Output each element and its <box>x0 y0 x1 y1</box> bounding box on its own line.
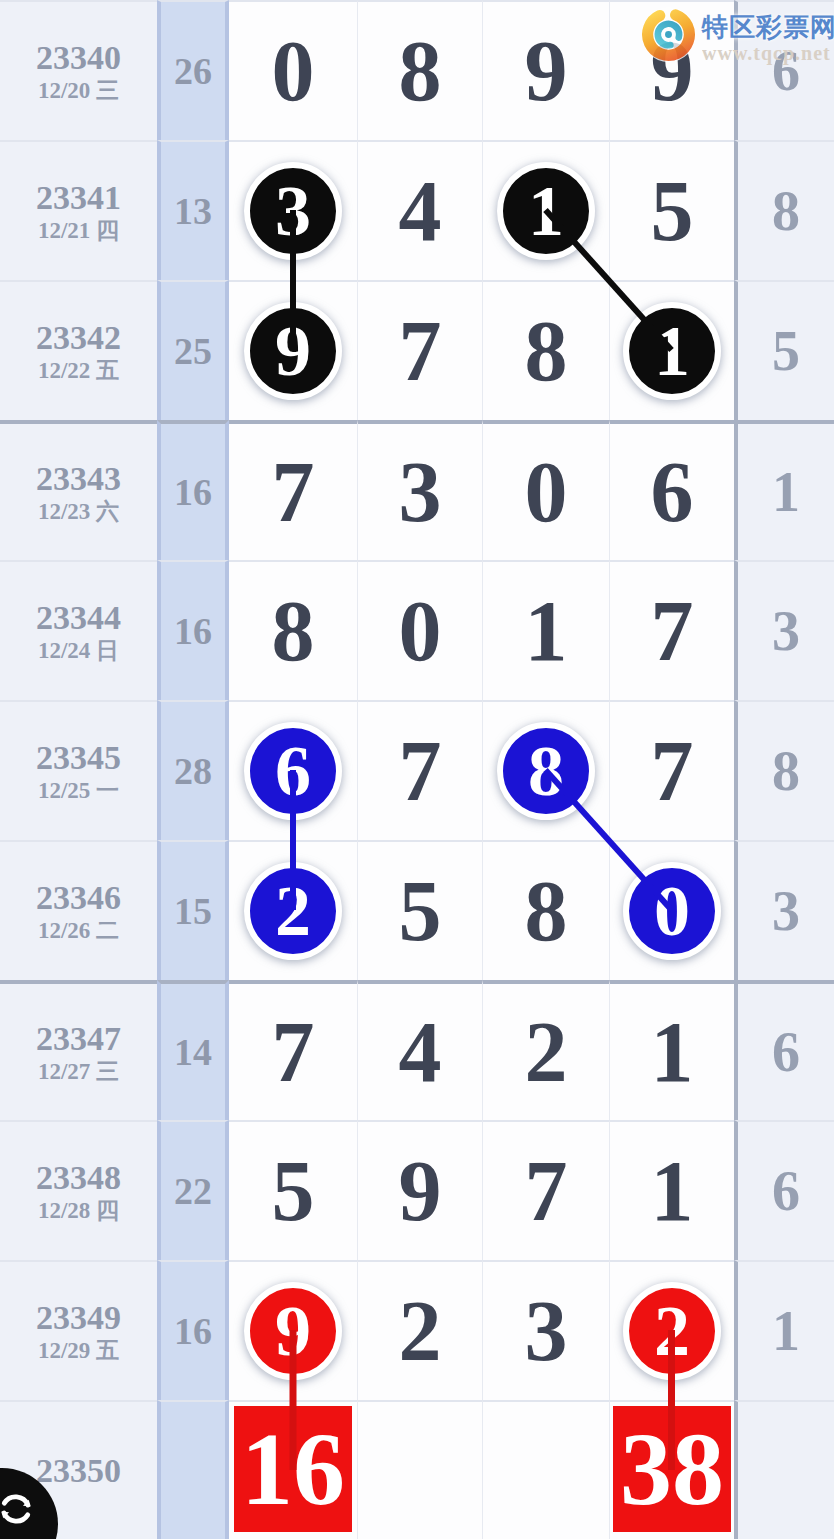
period-cell: 2334612/26 二 <box>0 840 157 980</box>
digit-cell: 5 <box>357 840 482 980</box>
digit-value: 0 <box>654 875 690 947</box>
sum-cell: 22 <box>157 1120 229 1260</box>
tail-value: 3 <box>772 883 800 939</box>
digit-cell: 38 <box>609 1400 734 1539</box>
period-label: 23348 <box>36 1160 121 1196</box>
digit-cell: 0 <box>229 0 357 140</box>
digit-cell: 2 <box>357 1260 482 1400</box>
digit-cell <box>482 1400 609 1539</box>
digit-cell: 3 <box>357 420 482 560</box>
digit-cell: 8 <box>482 700 609 840</box>
tail-value: 1 <box>772 1303 800 1359</box>
tail-cell <box>734 1400 834 1539</box>
tail-cell: 6 <box>734 980 834 1120</box>
site-url: www.tqcp.net <box>702 41 834 65</box>
brand-logo-icon <box>640 6 697 63</box>
digit-value: 9 <box>525 28 568 114</box>
digit-cell: 5 <box>609 140 734 280</box>
period-cell: 2334212/22 五 <box>0 280 157 420</box>
digit-value: 9 <box>275 1295 311 1367</box>
tail-cell: 5 <box>734 280 834 420</box>
sum-value: 16 <box>174 1309 212 1353</box>
period-cell: 2334512/25 一 <box>0 700 157 840</box>
digit-value: 5 <box>399 868 442 954</box>
sum-cell: 16 <box>157 560 229 700</box>
digit-cell: 2 <box>482 980 609 1120</box>
digit-value: 3 <box>525 1288 568 1374</box>
digit-cell: 0 <box>357 560 482 700</box>
period-label: 23341 <box>36 180 121 216</box>
marked-digit-red: 9 <box>244 1282 342 1380</box>
digit-cell: 1 <box>609 1120 734 1260</box>
sum-cell: 16 <box>157 1260 229 1400</box>
date-label: 12/24 日 <box>38 639 119 662</box>
digit-value: 6 <box>275 735 311 807</box>
marked-digit-black: 3 <box>244 162 342 260</box>
digit-value: 8 <box>528 735 564 807</box>
date-label: 12/26 二 <box>38 919 119 942</box>
sum-block-red: 16 <box>234 1406 352 1532</box>
marked-digit-blue: 8 <box>497 722 595 820</box>
digit-value: 5 <box>651 168 694 254</box>
period-cell: 2334412/24 日 <box>0 560 157 700</box>
digit-cell: 1 <box>482 560 609 700</box>
digit-value: 8 <box>272 588 315 674</box>
period-label: 23343 <box>36 461 121 497</box>
refresh-icon <box>0 1487 38 1531</box>
sum-cell: 26 <box>157 0 229 140</box>
marked-digit-black: 1 <box>623 302 721 400</box>
digit-cell: 7 <box>357 700 482 840</box>
digit-cell: 7 <box>609 560 734 700</box>
tail-value: 1 <box>772 464 800 520</box>
tail-value: 5 <box>772 323 800 379</box>
digit-value: 1 <box>651 1009 694 1095</box>
marked-digit-black: 9 <box>244 302 342 400</box>
digit-value: 2 <box>525 1009 568 1095</box>
digit-value: 5 <box>272 1148 315 1234</box>
digit-value: 2 <box>399 1288 442 1374</box>
digit-value: 7 <box>651 728 694 814</box>
sum-cell <box>157 1400 229 1539</box>
date-label: 12/27 三 <box>38 1060 119 1083</box>
digit-value: 7 <box>399 728 442 814</box>
digit-cell: 1 <box>609 980 734 1120</box>
block-value: 38 <box>620 1417 724 1521</box>
period-label: 23344 <box>36 600 121 636</box>
site-name: 特区彩票网 <box>702 14 834 41</box>
sum-value: 16 <box>174 470 212 514</box>
digit-cell <box>357 1400 482 1539</box>
digit-cell: 0 <box>609 840 734 980</box>
tail-cell: 1 <box>734 1260 834 1400</box>
tail-cell: 1 <box>734 420 834 560</box>
brand-logo-text: 特区彩票网 www.tqcp.net <box>702 14 834 65</box>
digit-value: 1 <box>528 175 564 247</box>
digit-value: 3 <box>399 449 442 535</box>
digit-cell: 1 <box>609 280 734 420</box>
digit-cell: 2 <box>609 1260 734 1400</box>
tail-value: 8 <box>772 183 800 239</box>
marked-digit-blue: 6 <box>244 722 342 820</box>
digit-cell: 8 <box>482 840 609 980</box>
sum-cell: 14 <box>157 980 229 1120</box>
digit-value: 2 <box>654 1295 690 1367</box>
digit-value: 9 <box>399 1148 442 1234</box>
date-label: 12/22 五 <box>38 359 119 382</box>
sum-cell: 16 <box>157 420 229 560</box>
period-cell: 2334112/21 四 <box>0 140 157 280</box>
date-label: 12/28 四 <box>38 1199 119 1222</box>
digit-cell: 9 <box>229 1260 357 1400</box>
digit-value: 4 <box>399 1009 442 1095</box>
sum-value: 22 <box>174 1169 212 1213</box>
digit-value: 7 <box>399 308 442 394</box>
sum-value: 28 <box>174 749 212 793</box>
digit-value: 7 <box>272 449 315 535</box>
sum-cell: 13 <box>157 140 229 280</box>
digit-cell: 7 <box>482 1120 609 1260</box>
tail-value: 6 <box>772 1163 800 1219</box>
date-label: 12/20 三 <box>38 79 119 102</box>
sum-cell: 28 <box>157 700 229 840</box>
digit-cell: 16 <box>229 1400 357 1539</box>
brand-logo: 特区彩票网 www.tqcp.net <box>640 6 834 65</box>
sum-block-red: 38 <box>613 1406 731 1532</box>
sum-value: 14 <box>174 1030 212 1074</box>
digit-value: 8 <box>525 868 568 954</box>
digit-cell: 8 <box>482 280 609 420</box>
tail-value: 6 <box>772 1024 800 1080</box>
digit-cell: 8 <box>229 560 357 700</box>
sum-cell: 25 <box>157 280 229 420</box>
sum-value: 13 <box>174 189 212 233</box>
marked-digit-red: 2 <box>623 1282 721 1380</box>
digit-value: 7 <box>525 1148 568 1234</box>
period-cell: 2334712/27 三 <box>0 980 157 1120</box>
digit-cell: 4 <box>357 140 482 280</box>
digit-cell: 9 <box>229 280 357 420</box>
digit-value: 1 <box>654 315 690 387</box>
period-cell: 2334912/29 五 <box>0 1260 157 1400</box>
digit-value: 0 <box>525 449 568 535</box>
digit-value: 7 <box>272 1009 315 1095</box>
tail-value: 3 <box>772 603 800 659</box>
digit-cell: 6 <box>609 420 734 560</box>
digit-cell: 7 <box>357 280 482 420</box>
tail-cell: 6 <box>734 1120 834 1260</box>
digit-value: 1 <box>651 1148 694 1234</box>
trend-chart-grid: 2334012/20 三26089962334112/21 四133415823… <box>0 0 834 1539</box>
digit-cell: 6 <box>229 700 357 840</box>
digit-cell: 8 <box>357 0 482 140</box>
period-label: 23345 <box>36 740 121 776</box>
date-label: 12/29 五 <box>38 1339 119 1362</box>
sum-value: 15 <box>174 889 212 933</box>
block-value: 16 <box>241 1417 345 1521</box>
tail-cell: 8 <box>734 700 834 840</box>
digit-cell: 5 <box>229 1120 357 1260</box>
marked-digit-blue: 0 <box>623 862 721 960</box>
tail-value: 8 <box>772 743 800 799</box>
digit-cell: 7 <box>609 700 734 840</box>
period-label: 23340 <box>36 40 121 76</box>
digit-cell: 2 <box>229 840 357 980</box>
period-label: 23349 <box>36 1300 121 1336</box>
marked-digit-black: 1 <box>497 162 595 260</box>
sum-value: 26 <box>174 49 212 93</box>
sum-value: 16 <box>174 609 212 653</box>
digit-value: 1 <box>525 588 568 674</box>
period-cell: 2334812/28 四 <box>0 1120 157 1260</box>
digit-cell: 3 <box>482 1260 609 1400</box>
digit-cell: 1 <box>482 140 609 280</box>
period-label: 23342 <box>36 320 121 356</box>
sum-value: 25 <box>174 329 212 373</box>
digit-cell: 9 <box>357 1120 482 1260</box>
period-label: 23346 <box>36 880 121 916</box>
date-label: 12/25 一 <box>38 779 119 802</box>
digit-value: 8 <box>525 308 568 394</box>
digit-cell: 4 <box>357 980 482 1120</box>
tail-cell: 8 <box>734 140 834 280</box>
digit-value: 3 <box>275 175 311 247</box>
digit-cell: 9 <box>482 0 609 140</box>
tail-cell: 3 <box>734 560 834 700</box>
date-label: 12/23 六 <box>38 500 119 523</box>
digit-value: 2 <box>275 875 311 947</box>
period-cell: 2334012/20 三 <box>0 0 157 140</box>
digit-cell: 7 <box>229 420 357 560</box>
sum-cell: 15 <box>157 840 229 980</box>
period-label: 23347 <box>36 1021 121 1057</box>
digit-value: 9 <box>275 315 311 387</box>
digit-cell: 3 <box>229 140 357 280</box>
digit-value: 7 <box>651 588 694 674</box>
digit-value: 4 <box>399 168 442 254</box>
trend-chart-screen: 2334012/20 三26089962334112/21 四133415823… <box>0 0 834 1539</box>
digit-value: 0 <box>399 588 442 674</box>
digit-value: 0 <box>272 28 315 114</box>
marked-digit-blue: 2 <box>244 862 342 960</box>
period-label: 23350 <box>36 1453 121 1489</box>
digit-value: 6 <box>651 449 694 535</box>
digit-value: 8 <box>399 28 442 114</box>
date-label: 12/21 四 <box>38 219 119 242</box>
tail-cell: 3 <box>734 840 834 980</box>
digit-cell: 0 <box>482 420 609 560</box>
digit-cell: 7 <box>229 980 357 1120</box>
period-cell: 2334312/23 六 <box>0 420 157 560</box>
